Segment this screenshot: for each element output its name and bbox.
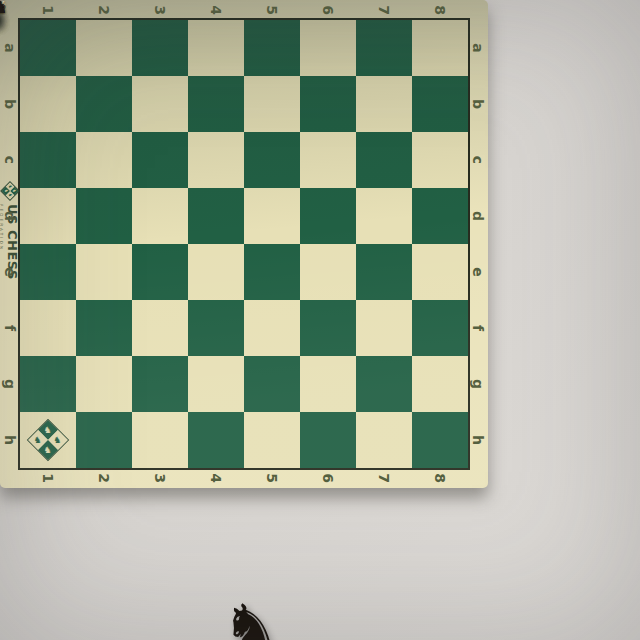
square-h6[interactable] bbox=[300, 412, 356, 468]
square-c2[interactable] bbox=[76, 132, 132, 188]
square-d2[interactable] bbox=[76, 188, 132, 244]
chess-board: ♞♞♞♞ US CHESS FEDERATION ♞♞♞♞ 1122334455… bbox=[0, 0, 488, 488]
coord-label-left-b: b bbox=[0, 93, 21, 115]
square-b5[interactable] bbox=[244, 76, 300, 132]
square-c5[interactable] bbox=[244, 132, 300, 188]
square-f1[interactable] bbox=[20, 300, 76, 356]
square-c7[interactable] bbox=[356, 132, 412, 188]
square-c8[interactable] bbox=[412, 132, 468, 188]
coord-label-bottom-1: 1 bbox=[37, 467, 59, 489]
square-d6[interactable] bbox=[300, 188, 356, 244]
coord-label-top-4: 4 bbox=[205, 0, 227, 21]
coord-label-bottom-3: 3 bbox=[149, 467, 171, 489]
square-e2[interactable] bbox=[76, 244, 132, 300]
coord-label-bottom-7: 7 bbox=[373, 467, 395, 489]
square-a5[interactable] bbox=[244, 20, 300, 76]
coord-label-right-d: d bbox=[467, 205, 489, 227]
coord-label-left-d: d bbox=[0, 205, 21, 227]
coord-label-top-2: 2 bbox=[93, 0, 115, 21]
coord-label-right-f: f bbox=[467, 317, 489, 339]
square-g6[interactable] bbox=[300, 356, 356, 412]
square-d5[interactable] bbox=[244, 188, 300, 244]
coord-label-top-5: 5 bbox=[261, 0, 283, 21]
square-c4[interactable] bbox=[188, 132, 244, 188]
square-d4[interactable] bbox=[188, 188, 244, 244]
coord-label-top-7: 7 bbox=[373, 0, 395, 21]
square-e1[interactable] bbox=[20, 244, 76, 300]
coord-label-top-8: 8 bbox=[429, 0, 451, 21]
square-d3[interactable] bbox=[132, 188, 188, 244]
square-b8[interactable] bbox=[412, 76, 468, 132]
coord-label-right-c: c bbox=[467, 149, 489, 171]
square-h5[interactable] bbox=[244, 412, 300, 468]
square-a2[interactable] bbox=[76, 20, 132, 76]
coord-label-right-a: a bbox=[467, 37, 489, 59]
square-f8[interactable] bbox=[412, 300, 468, 356]
coord-label-left-c: c bbox=[0, 149, 21, 171]
square-a3[interactable] bbox=[132, 20, 188, 76]
square-e6[interactable] bbox=[300, 244, 356, 300]
square-d1[interactable] bbox=[20, 188, 76, 244]
square-e3[interactable] bbox=[132, 244, 188, 300]
square-b6[interactable] bbox=[300, 76, 356, 132]
coord-label-left-e: e bbox=[0, 261, 21, 283]
coord-label-top-1: 1 bbox=[37, 0, 59, 21]
coord-label-right-b: b bbox=[467, 93, 489, 115]
square-c1[interactable] bbox=[20, 132, 76, 188]
captured-black-knight[interactable]: ♞ bbox=[216, 590, 281, 640]
square-b2[interactable] bbox=[76, 76, 132, 132]
coord-label-bottom-6: 6 bbox=[317, 467, 339, 489]
square-f3[interactable] bbox=[132, 300, 188, 356]
square-h7[interactable] bbox=[356, 412, 412, 468]
square-a4[interactable] bbox=[188, 20, 244, 76]
square-b1[interactable] bbox=[20, 76, 76, 132]
square-f7[interactable] bbox=[356, 300, 412, 356]
coord-label-bottom-8: 8 bbox=[429, 467, 451, 489]
coord-label-left-a: a bbox=[0, 37, 21, 59]
square-g2[interactable] bbox=[76, 356, 132, 412]
square-b7[interactable] bbox=[356, 76, 412, 132]
square-d8[interactable] bbox=[412, 188, 468, 244]
square-a6[interactable] bbox=[300, 20, 356, 76]
square-h3[interactable] bbox=[132, 412, 188, 468]
square-g7[interactable] bbox=[356, 356, 412, 412]
square-g5[interactable] bbox=[244, 356, 300, 412]
square-a7[interactable] bbox=[356, 20, 412, 76]
coord-label-top-6: 6 bbox=[317, 0, 339, 21]
coord-label-bottom-2: 2 bbox=[93, 467, 115, 489]
square-d7[interactable] bbox=[356, 188, 412, 244]
square-g4[interactable] bbox=[188, 356, 244, 412]
coord-label-left-f: f bbox=[0, 317, 21, 339]
piece-black-pawn-g5[interactable]: ♟ bbox=[0, 0, 7, 16]
square-e4[interactable] bbox=[188, 244, 244, 300]
square-e8[interactable] bbox=[412, 244, 468, 300]
square-b3[interactable] bbox=[132, 76, 188, 132]
square-f2[interactable] bbox=[76, 300, 132, 356]
table-surface: ♞♞♞♞ US CHESS FEDERATION ♞♞♞♞ 1122334455… bbox=[0, 0, 640, 640]
square-e7[interactable] bbox=[356, 244, 412, 300]
square-a1[interactable] bbox=[20, 20, 76, 76]
square-c3[interactable] bbox=[132, 132, 188, 188]
square-h4[interactable] bbox=[188, 412, 244, 468]
square-h8[interactable] bbox=[412, 412, 468, 468]
square-f4[interactable] bbox=[188, 300, 244, 356]
coord-label-bottom-5: 5 bbox=[261, 467, 283, 489]
square-e5[interactable] bbox=[244, 244, 300, 300]
square-g3[interactable] bbox=[132, 356, 188, 412]
coord-label-right-e: e bbox=[467, 261, 489, 283]
square-b4[interactable] bbox=[188, 76, 244, 132]
coord-label-right-g: g bbox=[467, 373, 489, 395]
coord-label-bottom-4: 4 bbox=[205, 467, 227, 489]
board-grid bbox=[20, 20, 468, 468]
us-chess-logo-icon: ♞♞♞♞ bbox=[0, 181, 20, 201]
square-f6[interactable] bbox=[300, 300, 356, 356]
coord-label-right-h: h bbox=[467, 429, 489, 451]
square-a8[interactable] bbox=[412, 20, 468, 76]
square-g1[interactable] bbox=[20, 356, 76, 412]
square-g8[interactable] bbox=[412, 356, 468, 412]
coord-label-top-3: 3 bbox=[149, 0, 171, 21]
coord-label-left-h: h bbox=[0, 429, 21, 451]
square-h2[interactable] bbox=[76, 412, 132, 468]
coord-label-left-g: g bbox=[0, 373, 21, 395]
square-c6[interactable] bbox=[300, 132, 356, 188]
square-f5[interactable] bbox=[244, 300, 300, 356]
